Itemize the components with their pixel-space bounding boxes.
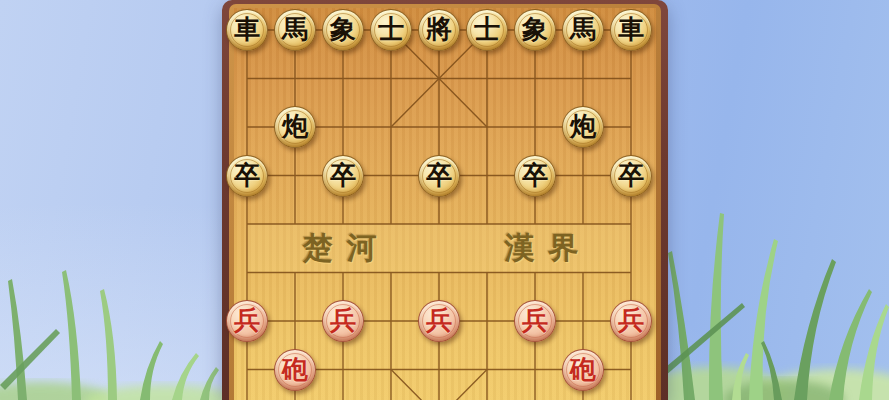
piece-black-horse[interactable]: 馬 xyxy=(562,9,604,51)
piece-glyph: 車 xyxy=(234,16,260,42)
piece-glyph: 馬 xyxy=(570,16,596,42)
piece-red-soldier[interactable]: 兵 xyxy=(514,300,556,342)
piece-black-soldier[interactable]: 卒 xyxy=(514,155,556,197)
piece-red-soldier[interactable]: 兵 xyxy=(226,300,268,342)
piece-glyph: 卒 xyxy=(426,162,452,188)
piece-glyph: 象 xyxy=(330,16,356,42)
piece-glyph: 砲 xyxy=(570,356,596,382)
piece-red-cannon[interactable]: 砲 xyxy=(274,349,316,391)
grass-left xyxy=(0,265,230,400)
piece-black-chariot[interactable]: 車 xyxy=(610,9,652,51)
piece-glyph: 象 xyxy=(522,16,548,42)
piece-black-advisor[interactable]: 士 xyxy=(466,9,508,51)
piece-glyph: 將 xyxy=(426,16,452,42)
piece-black-cannon[interactable]: 炮 xyxy=(562,106,604,148)
piece-glyph: 兵 xyxy=(234,307,260,333)
piece-black-elephant[interactable]: 象 xyxy=(322,9,364,51)
piece-glyph: 車 xyxy=(618,16,644,42)
piece-glyph: 士 xyxy=(474,16,500,42)
board-grid xyxy=(234,8,656,400)
piece-black-cannon[interactable]: 炮 xyxy=(274,106,316,148)
piece-glyph: 卒 xyxy=(234,162,260,188)
piece-glyph: 馬 xyxy=(282,16,308,42)
piece-red-cannon[interactable]: 砲 xyxy=(562,349,604,391)
piece-black-soldier[interactable]: 卒 xyxy=(322,155,364,197)
piece-glyph: 卒 xyxy=(330,162,356,188)
piece-glyph: 炮 xyxy=(282,113,308,139)
piece-glyph: 砲 xyxy=(282,356,308,382)
river-label-chu-he: 楚河 xyxy=(296,228,391,269)
piece-glyph: 兵 xyxy=(618,307,644,333)
piece-black-chariot[interactable]: 車 xyxy=(226,9,268,51)
piece-glyph: 士 xyxy=(378,16,404,42)
game-scene: 楚河 漢界 車馬象士將士象馬車炮炮卒卒卒卒卒兵兵兵兵兵砲砲 xyxy=(0,0,889,400)
piece-glyph: 卒 xyxy=(618,162,644,188)
piece-black-soldier[interactable]: 卒 xyxy=(610,155,652,197)
river-label-han-jie: 漢界 xyxy=(498,228,593,269)
grass-right xyxy=(654,185,889,400)
board-surface[interactable]: 楚河 漢界 xyxy=(234,8,656,400)
piece-glyph: 兵 xyxy=(330,307,356,333)
piece-red-soldier[interactable]: 兵 xyxy=(610,300,652,342)
piece-glyph: 兵 xyxy=(522,307,548,333)
piece-black-soldier[interactable]: 卒 xyxy=(226,155,268,197)
piece-red-soldier[interactable]: 兵 xyxy=(418,300,460,342)
piece-black-soldier[interactable]: 卒 xyxy=(418,155,460,197)
piece-black-general[interactable]: 將 xyxy=(418,9,460,51)
piece-black-elephant[interactable]: 象 xyxy=(514,9,556,51)
piece-glyph: 兵 xyxy=(426,307,452,333)
piece-red-soldier[interactable]: 兵 xyxy=(322,300,364,342)
piece-glyph: 卒 xyxy=(522,162,548,188)
piece-glyph: 炮 xyxy=(570,113,596,139)
piece-black-advisor[interactable]: 士 xyxy=(370,9,412,51)
piece-black-horse[interactable]: 馬 xyxy=(274,9,316,51)
